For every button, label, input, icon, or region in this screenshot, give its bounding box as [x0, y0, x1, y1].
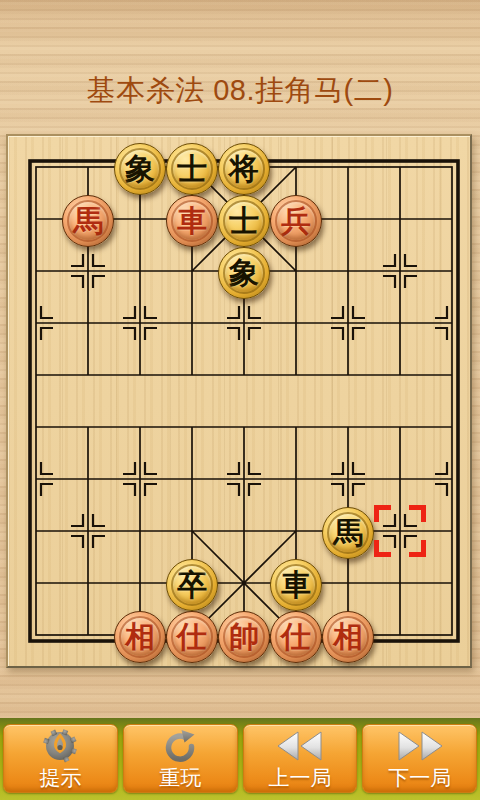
- piece-red-advisor[interactable]: 仕: [166, 611, 218, 663]
- app-screen: 基本杀法 08.挂角马(二) 象士将馬車士兵象馬卒車相仕帥仕相: [0, 0, 480, 800]
- piece-black-advisor[interactable]: 士: [166, 143, 218, 195]
- hint-icon: [41, 727, 79, 765]
- piece-black-advisor[interactable]: 士: [218, 195, 270, 247]
- piece-red-advisor[interactable]: 仕: [270, 611, 322, 663]
- hint-button[interactable]: 提示: [3, 724, 118, 793]
- xiangqi-board[interactable]: 象士将馬車士兵象馬卒車相仕帥仕相: [6, 134, 472, 668]
- next-game-icon: [397, 727, 443, 765]
- piece-glyph: 仕: [281, 622, 311, 652]
- piece-glyph: 馬: [333, 518, 363, 548]
- piece-glyph: 象: [229, 258, 259, 288]
- piece-glyph: 車: [281, 570, 311, 600]
- piece-red-horse[interactable]: 馬: [62, 195, 114, 247]
- piece-black-horse[interactable]: 馬: [322, 507, 374, 559]
- piece-red-chariot[interactable]: 車: [166, 195, 218, 247]
- piece-glyph: 士: [177, 154, 207, 184]
- piece-red-elephant[interactable]: 相: [114, 611, 166, 663]
- piece-glyph: 相: [333, 622, 363, 652]
- hint-button-label: 提示: [39, 766, 81, 789]
- piece-red-elephant[interactable]: 相: [322, 611, 374, 663]
- previous-game-button[interactable]: 上一局: [243, 724, 358, 793]
- red-corner-brackets-icon: [372, 503, 428, 559]
- piece-black-elephant[interactable]: 象: [218, 247, 270, 299]
- next-game-button-label: 下一局: [388, 766, 451, 789]
- piece-black-general[interactable]: 将: [218, 143, 270, 195]
- piece-glyph: 車: [177, 206, 207, 236]
- replay-icon: [161, 727, 199, 765]
- piece-glyph: 相: [125, 622, 155, 652]
- piece-glyph: 卒: [177, 570, 207, 600]
- piece-red-soldier[interactable]: 兵: [270, 195, 322, 247]
- page-title: 基本杀法 08.挂角马(二): [0, 71, 480, 111]
- piece-glyph: 馬: [73, 206, 103, 236]
- piece-black-chariot[interactable]: 車: [270, 559, 322, 611]
- piece-glyph: 士: [229, 206, 259, 236]
- replay-button-label: 重玩: [159, 766, 201, 789]
- move-target-marker: [372, 503, 428, 559]
- piece-black-elephant[interactable]: 象: [114, 143, 166, 195]
- piece-glyph: 兵: [281, 206, 311, 236]
- next-game-button[interactable]: 下一局: [362, 724, 477, 793]
- piece-glyph: 将: [229, 154, 259, 184]
- toolbar: 提示 重玩: [0, 718, 480, 800]
- piece-black-soldier[interactable]: 卒: [166, 559, 218, 611]
- previous-game-button-label: 上一局: [268, 766, 331, 789]
- piece-glyph: 仕: [177, 622, 207, 652]
- piece-red-general[interactable]: 帥: [218, 611, 270, 663]
- piece-glyph: 象: [125, 154, 155, 184]
- replay-button[interactable]: 重玩: [123, 724, 238, 793]
- previous-game-icon: [277, 727, 323, 765]
- piece-glyph: 帥: [229, 622, 259, 652]
